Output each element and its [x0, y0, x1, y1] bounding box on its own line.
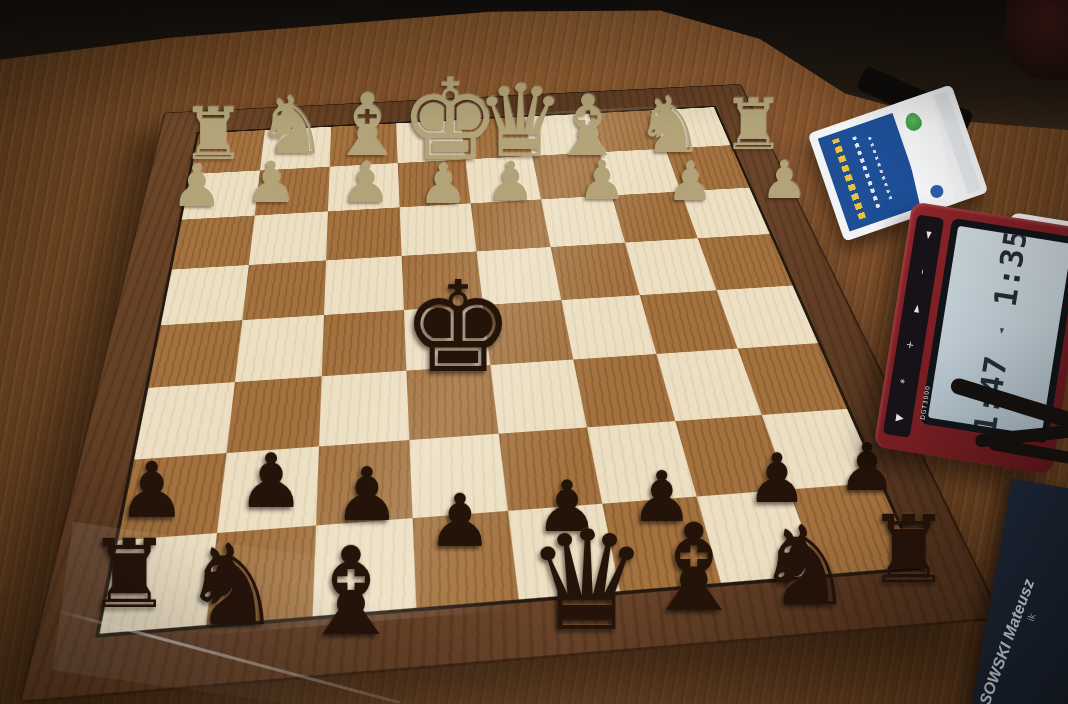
- black-bishop-f8[interactable]: ♝: [290, 531, 412, 653]
- black-rook-a8[interactable]: ♜: [862, 503, 956, 597]
- white-pawn-g2[interactable]: ♟: [243, 154, 300, 211]
- white-pawn-f2[interactable]: ♟: [338, 155, 394, 211]
- clock-button-4-icon[interactable]: *: [900, 378, 911, 385]
- clock-button-0-icon[interactable]: ◄: [922, 230, 933, 239]
- black-knight-g8[interactable]: ♞: [176, 529, 288, 641]
- photo-stage: ♜♞♝♚♛♝♞♜♟♟♟♟♟♟♟♟♚♟♟♟♟♟♟♟♟♜♞♝♛♝♞♜ ◄–►+*▼ …: [0, 0, 1068, 704]
- black-pawn-g7[interactable]: ♟: [234, 444, 309, 519]
- white-pawn-c2[interactable]: ♟: [575, 154, 629, 208]
- clock-button-3-icon[interactable]: +: [905, 339, 916, 349]
- clock-button-2-icon[interactable]: ►: [911, 303, 922, 312]
- black-pawn-f7[interactable]: ♟: [330, 457, 404, 531]
- white-pawn-h2[interactable]: ♟: [168, 157, 226, 215]
- black-bishop-c8[interactable]: ♝: [634, 508, 755, 629]
- white-pawn-b2[interactable]: ♟: [664, 155, 717, 208]
- clock-time-far-player: 1:35: [986, 226, 1034, 309]
- clock-button-5-icon[interactable]: ▼: [893, 413, 904, 422]
- black-king-e5[interactable]: ♚: [395, 265, 521, 391]
- black-pawn-h7[interactable]: ♟: [114, 452, 191, 529]
- white-pawn-a2[interactable]: ♟: [758, 154, 810, 206]
- white-pawn-e2[interactable]: ♟: [416, 157, 471, 212]
- clock-button-1-icon[interactable]: –: [917, 268, 928, 275]
- white-pawn-d2[interactable]: ♟: [484, 155, 538, 209]
- clock-turn-indicator-icon: ◄: [994, 327, 1006, 335]
- black-rook-h8[interactable]: ♜: [82, 527, 177, 622]
- black-pawn-e7[interactable]: ♟: [424, 484, 497, 557]
- black-knight-b8[interactable]: ♞: [750, 511, 860, 621]
